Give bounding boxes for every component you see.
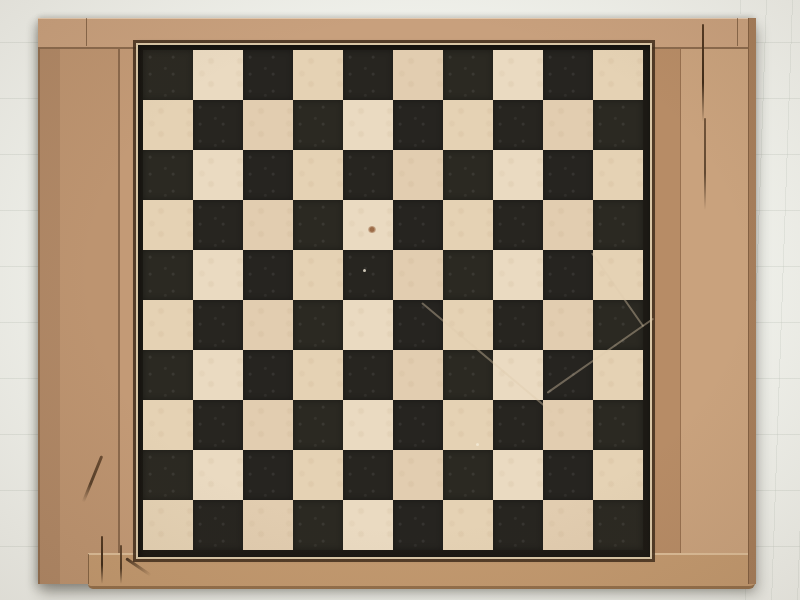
square-e9[interactable] (343, 100, 393, 150)
square-f7[interactable] (393, 200, 443, 250)
square-f8[interactable] (393, 150, 443, 200)
square-f1[interactable] (393, 500, 443, 550)
square-h7[interactable] (493, 200, 543, 250)
square-f5[interactable] (393, 300, 443, 350)
square-a3[interactable] (143, 400, 193, 450)
square-h6[interactable] (493, 250, 543, 300)
square-d5[interactable] (293, 300, 343, 350)
square-g8[interactable] (443, 150, 493, 200)
square-b2[interactable] (193, 450, 243, 500)
square-e2[interactable] (343, 450, 393, 500)
square-j2[interactable] (593, 450, 643, 500)
square-a6[interactable] (143, 250, 193, 300)
wooden-game-box (38, 18, 755, 584)
square-i7[interactable] (543, 200, 593, 250)
square-i10[interactable] (543, 50, 593, 100)
square-i8[interactable] (543, 150, 593, 200)
square-f6[interactable] (393, 250, 443, 300)
square-i4[interactable] (543, 350, 593, 400)
square-d9[interactable] (293, 100, 343, 150)
square-g3[interactable] (443, 400, 493, 450)
square-a2[interactable] (143, 450, 193, 500)
square-e5[interactable] (343, 300, 393, 350)
square-d1[interactable] (293, 500, 343, 550)
wood-plank-left (60, 24, 118, 584)
square-a8[interactable] (143, 150, 193, 200)
square-h10[interactable] (493, 50, 543, 100)
square-a4[interactable] (143, 350, 193, 400)
square-i6[interactable] (543, 250, 593, 300)
square-c1[interactable] (243, 500, 293, 550)
square-d6[interactable] (293, 250, 343, 300)
square-j5[interactable] (593, 300, 643, 350)
square-b5[interactable] (193, 300, 243, 350)
square-j10[interactable] (593, 50, 643, 100)
checkers-board (136, 43, 652, 559)
square-c8[interactable] (243, 150, 293, 200)
square-c10[interactable] (243, 50, 293, 100)
square-a1[interactable] (143, 500, 193, 550)
square-j8[interactable] (593, 150, 643, 200)
square-c5[interactable] (243, 300, 293, 350)
wood-crack-right-upper (702, 24, 704, 122)
square-b8[interactable] (193, 150, 243, 200)
square-e8[interactable] (343, 150, 393, 200)
square-a7[interactable] (143, 200, 193, 250)
square-j7[interactable] (593, 200, 643, 250)
square-j1[interactable] (593, 500, 643, 550)
wood-seam-top-right (737, 18, 738, 46)
square-g10[interactable] (443, 50, 493, 100)
square-g6[interactable] (443, 250, 493, 300)
photo-background (0, 0, 800, 600)
square-j9[interactable] (593, 100, 643, 150)
square-e1[interactable] (343, 500, 393, 550)
square-c7[interactable] (243, 200, 293, 250)
square-g4[interactable] (443, 350, 493, 400)
square-g1[interactable] (443, 500, 493, 550)
square-j6[interactable] (593, 250, 643, 300)
square-h1[interactable] (493, 500, 543, 550)
square-i9[interactable] (543, 100, 593, 150)
square-h5[interactable] (493, 300, 543, 350)
wood-rail-right (648, 42, 681, 556)
square-d8[interactable] (293, 150, 343, 200)
wood-crack-right-lower (704, 118, 706, 210)
square-c3[interactable] (243, 400, 293, 450)
square-e6[interactable] (343, 250, 393, 300)
square-g7[interactable] (443, 200, 493, 250)
square-c6[interactable] (243, 250, 293, 300)
square-j3[interactable] (593, 400, 643, 450)
square-h8[interactable] (493, 150, 543, 200)
square-j4[interactable] (593, 350, 643, 400)
square-h4[interactable] (493, 350, 543, 400)
square-f4[interactable] (393, 350, 443, 400)
wood-crack-left-b (101, 536, 103, 584)
square-i2[interactable] (543, 450, 593, 500)
square-f9[interactable] (393, 100, 443, 150)
square-i5[interactable] (543, 300, 593, 350)
square-b6[interactable] (193, 250, 243, 300)
square-b1[interactable] (193, 500, 243, 550)
wood-crack-left-c (120, 545, 122, 584)
square-h3[interactable] (493, 400, 543, 450)
square-e3[interactable] (343, 400, 393, 450)
square-g2[interactable] (443, 450, 493, 500)
square-a9[interactable] (143, 100, 193, 150)
square-c9[interactable] (243, 100, 293, 150)
square-d2[interactable] (293, 450, 343, 500)
square-e10[interactable] (343, 50, 393, 100)
square-a5[interactable] (143, 300, 193, 350)
wood-seam-top-left (86, 18, 87, 46)
square-b10[interactable] (193, 50, 243, 100)
wood-edge-right (748, 18, 756, 584)
board-grid (143, 50, 643, 550)
wood-seam-bottom-left (88, 554, 89, 584)
wood-rail-left (118, 42, 138, 556)
wood-plank-right (677, 18, 748, 584)
square-d7[interactable] (293, 200, 343, 250)
square-i1[interactable] (543, 500, 593, 550)
square-f10[interactable] (393, 50, 443, 100)
square-g9[interactable] (443, 100, 493, 150)
square-b4[interactable] (193, 350, 243, 400)
square-d4[interactable] (293, 350, 343, 400)
square-d3[interactable] (293, 400, 343, 450)
square-e7[interactable] (343, 200, 393, 250)
square-b9[interactable] (193, 100, 243, 150)
square-b3[interactable] (193, 400, 243, 450)
square-e4[interactable] (343, 350, 393, 400)
square-d10[interactable] (293, 50, 343, 100)
square-h9[interactable] (493, 100, 543, 150)
square-b7[interactable] (193, 200, 243, 250)
square-h2[interactable] (493, 450, 543, 500)
square-i3[interactable] (543, 400, 593, 450)
square-g5[interactable] (443, 300, 493, 350)
square-c2[interactable] (243, 450, 293, 500)
square-f3[interactable] (393, 400, 443, 450)
square-c4[interactable] (243, 350, 293, 400)
square-f2[interactable] (393, 450, 443, 500)
square-a10[interactable] (143, 50, 193, 100)
